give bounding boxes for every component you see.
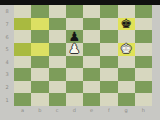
square-h6[interactable] bbox=[135, 30, 152, 43]
black-king: ♚ bbox=[120, 18, 132, 30]
file-label-a: a bbox=[14, 107, 31, 117]
square-b4[interactable] bbox=[31, 56, 48, 69]
square-c2[interactable] bbox=[49, 81, 66, 94]
file-label-c: c bbox=[49, 107, 66, 117]
file-label-d: d bbox=[66, 107, 83, 117]
square-f3[interactable] bbox=[100, 68, 117, 81]
file-label-f: f bbox=[100, 107, 117, 117]
square-e4[interactable] bbox=[83, 56, 100, 69]
file-label-e: e bbox=[83, 107, 100, 117]
rank-label-5: 5 bbox=[0, 43, 14, 56]
rank-label-1: 1 bbox=[0, 93, 14, 106]
square-a8[interactable] bbox=[14, 5, 31, 18]
square-f5[interactable] bbox=[100, 43, 117, 56]
square-c8[interactable] bbox=[49, 5, 66, 18]
square-e1[interactable] bbox=[83, 93, 100, 106]
square-f8[interactable] bbox=[100, 5, 117, 18]
square-b2[interactable] bbox=[31, 81, 48, 94]
file-label-h: h bbox=[135, 107, 152, 117]
square-g1[interactable] bbox=[118, 93, 135, 106]
rank-label-7: 7 bbox=[0, 18, 14, 31]
square-h8[interactable] bbox=[135, 5, 152, 18]
square-h3[interactable] bbox=[135, 68, 152, 81]
square-g8[interactable] bbox=[118, 5, 135, 18]
board: ♚♟♟♚ bbox=[14, 5, 152, 106]
square-f6[interactable] bbox=[100, 30, 117, 43]
square-h7[interactable] bbox=[135, 18, 152, 31]
square-e2[interactable] bbox=[83, 81, 100, 94]
square-b1[interactable] bbox=[31, 93, 48, 106]
square-a4[interactable] bbox=[14, 56, 31, 69]
square-e6[interactable] bbox=[83, 30, 100, 43]
white-king: ♚ bbox=[120, 43, 132, 55]
square-c5[interactable] bbox=[49, 43, 66, 56]
rank-label-3: 3 bbox=[0, 68, 14, 81]
square-c7[interactable] bbox=[49, 18, 66, 31]
square-f1[interactable] bbox=[100, 93, 117, 106]
chess-app-window: 87654321 ♚♟♟♚ abcdefgh bbox=[0, 0, 160, 120]
square-b3[interactable] bbox=[31, 68, 48, 81]
file-label-g: g bbox=[118, 107, 135, 117]
square-a1[interactable] bbox=[14, 93, 31, 106]
square-g2[interactable] bbox=[118, 81, 135, 94]
square-d2[interactable] bbox=[66, 81, 83, 94]
black-pawn: ♟ bbox=[69, 31, 81, 43]
rank-label-2: 2 bbox=[0, 81, 14, 94]
square-d3[interactable] bbox=[66, 68, 83, 81]
square-h4[interactable] bbox=[135, 56, 152, 69]
square-c4[interactable] bbox=[49, 56, 66, 69]
square-g7[interactable]: ♚ bbox=[118, 18, 135, 31]
rank-labels: 87654321 bbox=[0, 5, 14, 106]
square-g4[interactable] bbox=[118, 56, 135, 69]
square-f4[interactable] bbox=[100, 56, 117, 69]
square-d8[interactable] bbox=[66, 5, 83, 18]
square-d4[interactable] bbox=[66, 56, 83, 69]
rank-label-6: 6 bbox=[0, 30, 14, 43]
square-e5[interactable] bbox=[83, 43, 100, 56]
square-b5[interactable] bbox=[31, 43, 48, 56]
square-d7[interactable] bbox=[66, 18, 83, 31]
square-a2[interactable] bbox=[14, 81, 31, 94]
square-b6[interactable] bbox=[31, 30, 48, 43]
square-c3[interactable] bbox=[49, 68, 66, 81]
square-c1[interactable] bbox=[49, 93, 66, 106]
square-a3[interactable] bbox=[14, 68, 31, 81]
square-f2[interactable] bbox=[100, 81, 117, 94]
square-a5[interactable] bbox=[14, 43, 31, 56]
rank-label-4: 4 bbox=[0, 56, 14, 69]
square-b8[interactable] bbox=[31, 5, 48, 18]
file-labels: abcdefgh bbox=[14, 107, 152, 117]
square-d1[interactable] bbox=[66, 93, 83, 106]
square-d6[interactable]: ♟ bbox=[66, 30, 83, 43]
square-h2[interactable] bbox=[135, 81, 152, 94]
square-g6[interactable] bbox=[118, 30, 135, 43]
square-g3[interactable] bbox=[118, 68, 135, 81]
square-e3[interactable] bbox=[83, 68, 100, 81]
square-e8[interactable] bbox=[83, 5, 100, 18]
square-b7[interactable] bbox=[31, 18, 48, 31]
square-d5[interactable]: ♟ bbox=[66, 43, 83, 56]
rank-label-8: 8 bbox=[0, 5, 14, 18]
square-f7[interactable] bbox=[100, 18, 117, 31]
square-c6[interactable] bbox=[49, 30, 66, 43]
white-pawn: ♟ bbox=[69, 43, 81, 55]
square-a6[interactable] bbox=[14, 30, 31, 43]
square-a7[interactable] bbox=[14, 18, 31, 31]
square-h5[interactable] bbox=[135, 43, 152, 56]
square-h1[interactable] bbox=[135, 93, 152, 106]
square-g5[interactable]: ♚ bbox=[118, 43, 135, 56]
file-label-b: b bbox=[31, 107, 48, 117]
square-e7[interactable] bbox=[83, 18, 100, 31]
